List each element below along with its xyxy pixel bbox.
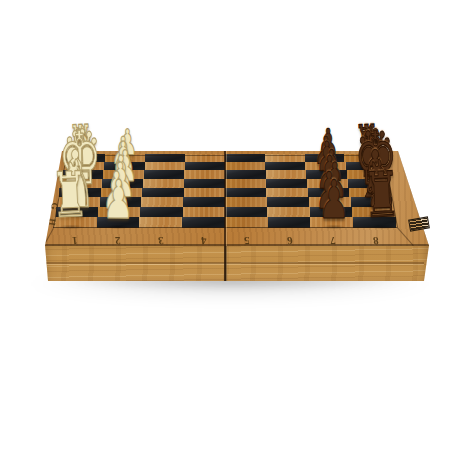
square-c3: [144, 170, 185, 179]
piece-glyph: ♟: [102, 176, 134, 225]
square-d6: [266, 179, 307, 188]
square-e3: [142, 188, 183, 197]
chess-set-photo: G H 12345678 ♜♞♝♛♚♝♞♜♟♟♟♟♟♟♟♟♟♟♟♟♟♟♟♟♜♞♝…: [0, 0, 450, 450]
square-f6: [267, 197, 309, 207]
square-e5: [225, 188, 266, 197]
square-g6: [267, 207, 309, 217]
square-f5: [225, 197, 267, 207]
maker-stamp: [408, 216, 430, 231]
box-lid-groove-highlight: [45, 264, 424, 265]
frame-arris-front: [45, 244, 429, 245]
square-b3: [145, 162, 185, 170]
square-b5: [225, 162, 265, 170]
square-b4: [185, 162, 225, 170]
piece-glyph: ♜: [362, 166, 401, 225]
square-g5: [225, 207, 267, 217]
square-d4: [184, 179, 225, 188]
square-e4: [184, 188, 225, 197]
square-g4: [183, 207, 225, 217]
square-c6: [266, 170, 307, 179]
square-g3: [140, 207, 182, 217]
square-f3: [141, 197, 183, 207]
piece-glyph: ♜: [50, 166, 89, 225]
fold-seam-front: [224, 245, 227, 281]
square-d5: [225, 179, 266, 188]
square-e6: [266, 188, 307, 197]
square-f4: [183, 197, 225, 207]
piece-glyph: ♟: [318, 176, 349, 225]
square-c5: [225, 170, 266, 179]
fold-seam-highlight: [226, 151, 227, 246]
square-d3: [143, 179, 184, 188]
square-b6: [265, 162, 305, 170]
square-c4: [184, 170, 225, 179]
